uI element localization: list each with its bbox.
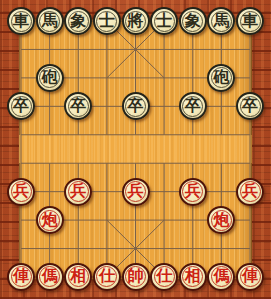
piece-black-general[interactable]: 將 — [122, 7, 150, 35]
piece-black-horse[interactable]: 馬 — [207, 7, 235, 35]
piece-black-cannon[interactable]: 砲 — [207, 64, 235, 92]
piece-label: 兵 — [128, 183, 144, 200]
piece-label: 馬 — [42, 13, 58, 30]
piece-label: 卒 — [13, 98, 29, 115]
piece-red-horse[interactable]: 傌 — [207, 263, 235, 291]
piece-black-horse[interactable]: 馬 — [36, 7, 64, 35]
piece-label: 兵 — [70, 183, 86, 200]
piece-label: 砲 — [213, 69, 229, 86]
piece-label: 士 — [99, 13, 115, 30]
piece-red-cannon[interactable]: 炮 — [36, 206, 64, 234]
piece-label: 炮 — [213, 212, 229, 229]
piece-label: 俥 — [13, 268, 29, 285]
piece-black-cannon[interactable]: 砲 — [36, 64, 64, 92]
piece-label: 士 — [156, 13, 172, 30]
piece-black-advisor[interactable]: 士 — [93, 7, 121, 35]
piece-red-soldier[interactable]: 兵 — [179, 178, 207, 206]
piece-label: 仕 — [156, 268, 172, 285]
piece-label: 傌 — [42, 268, 58, 285]
piece-black-soldier[interactable]: 卒 — [179, 92, 207, 120]
piece-red-advisor[interactable]: 仕 — [93, 263, 121, 291]
piece-label: 俥 — [242, 268, 258, 285]
piece-red-soldier[interactable]: 兵 — [236, 178, 264, 206]
piece-label: 車 — [242, 13, 258, 30]
piece-black-soldier[interactable]: 卒 — [236, 92, 264, 120]
piece-red-chariot[interactable]: 俥 — [7, 263, 35, 291]
pieces-layer: 車馬象士將士象馬車砲砲卒卒卒卒卒兵兵兵兵兵炮炮俥傌相仕帥仕相傌俥 — [0, 0, 271, 299]
piece-black-chariot[interactable]: 車 — [7, 7, 35, 35]
piece-red-advisor[interactable]: 仕 — [150, 263, 178, 291]
piece-label: 帥 — [128, 268, 144, 285]
piece-red-elephant[interactable]: 相 — [64, 263, 92, 291]
piece-label: 兵 — [242, 183, 258, 200]
piece-red-general[interactable]: 帥 — [122, 263, 150, 291]
piece-red-cannon[interactable]: 炮 — [207, 206, 235, 234]
piece-label: 卒 — [185, 98, 201, 115]
piece-black-chariot[interactable]: 車 — [236, 7, 264, 35]
piece-red-soldier[interactable]: 兵 — [122, 178, 150, 206]
piece-black-soldier[interactable]: 卒 — [7, 92, 35, 120]
piece-black-elephant[interactable]: 象 — [64, 7, 92, 35]
piece-black-advisor[interactable]: 士 — [150, 7, 178, 35]
piece-label: 卒 — [70, 98, 86, 115]
piece-label: 馬 — [213, 13, 229, 30]
piece-red-horse[interactable]: 傌 — [36, 263, 64, 291]
piece-red-chariot[interactable]: 俥 — [236, 263, 264, 291]
piece-label: 炮 — [42, 212, 58, 229]
piece-black-soldier[interactable]: 卒 — [64, 92, 92, 120]
piece-label: 砲 — [42, 69, 58, 86]
piece-label: 將 — [128, 13, 144, 30]
piece-red-elephant[interactable]: 相 — [179, 263, 207, 291]
piece-label: 兵 — [13, 183, 29, 200]
piece-label: 兵 — [185, 183, 201, 200]
piece-label: 卒 — [242, 98, 258, 115]
piece-label: 仕 — [99, 268, 115, 285]
piece-red-soldier[interactable]: 兵 — [64, 178, 92, 206]
xiangqi-game-screen: 車馬象士將士象馬車砲砲卒卒卒卒卒兵兵兵兵兵炮炮俥傌相仕帥仕相傌俥 — [0, 0, 271, 299]
piece-label: 象 — [185, 13, 201, 30]
piece-black-soldier[interactable]: 卒 — [122, 92, 150, 120]
piece-label: 相 — [185, 268, 201, 285]
piece-black-elephant[interactable]: 象 — [179, 7, 207, 35]
piece-label: 車 — [13, 13, 29, 30]
piece-label: 傌 — [213, 268, 229, 285]
piece-label: 象 — [70, 13, 86, 30]
piece-label: 卒 — [128, 98, 144, 115]
piece-red-soldier[interactable]: 兵 — [7, 178, 35, 206]
piece-label: 相 — [70, 268, 86, 285]
